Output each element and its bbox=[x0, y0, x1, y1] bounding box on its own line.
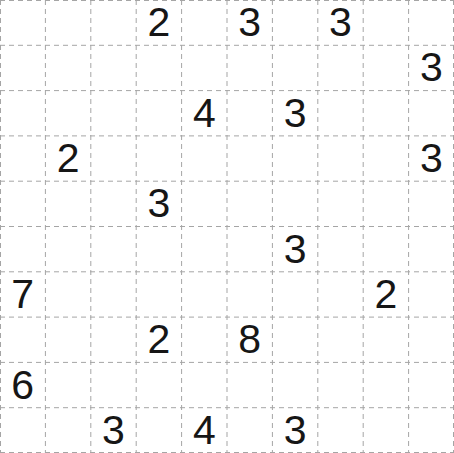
cell-r2c2[interactable] bbox=[45, 45, 90, 90]
clue-text: 3 bbox=[102, 410, 125, 451]
cell-r1c2[interactable] bbox=[45, 0, 90, 45]
cell-r1c3[interactable] bbox=[91, 0, 136, 45]
cell-r10c5[interactable]: 4 bbox=[182, 408, 227, 453]
cell-r1c5[interactable] bbox=[182, 0, 227, 45]
cell-r10c10[interactable] bbox=[409, 408, 454, 453]
cell-r4c7[interactable] bbox=[272, 136, 317, 181]
cell-r3c6[interactable] bbox=[227, 91, 272, 136]
clue-text: 2 bbox=[147, 319, 170, 360]
cell-r10c1[interactable] bbox=[0, 408, 45, 453]
fillomino-board: 233343233372286343 bbox=[0, 0, 454, 453]
cell-r2c3[interactable] bbox=[91, 45, 136, 90]
cell-r2c9[interactable] bbox=[363, 45, 408, 90]
cell-r1c9[interactable] bbox=[363, 0, 408, 45]
cell-r6c8[interactable] bbox=[318, 226, 363, 271]
cell-r5c2[interactable] bbox=[45, 181, 90, 226]
cell-r2c8[interactable] bbox=[318, 45, 363, 90]
cell-r5c7[interactable] bbox=[272, 181, 317, 226]
cell-r7c10[interactable] bbox=[409, 272, 454, 317]
clue-text: 3 bbox=[420, 47, 443, 88]
cell-r6c4[interactable] bbox=[136, 226, 181, 271]
cell-r3c8[interactable] bbox=[318, 91, 363, 136]
cell-r8c5[interactable] bbox=[182, 317, 227, 362]
clue-text: 3 bbox=[238, 2, 261, 43]
cell-r9c4[interactable] bbox=[136, 362, 181, 407]
cell-r9c5[interactable] bbox=[182, 362, 227, 407]
cell-r10c7[interactable]: 3 bbox=[272, 408, 317, 453]
cell-r2c5[interactable] bbox=[182, 45, 227, 90]
cell-r10c3[interactable]: 3 bbox=[91, 408, 136, 453]
cell-r8c4[interactable]: 2 bbox=[136, 317, 181, 362]
clue-text: 3 bbox=[420, 138, 443, 179]
clue-text: 2 bbox=[374, 274, 397, 315]
cell-r5c9[interactable] bbox=[363, 181, 408, 226]
cell-r4c5[interactable] bbox=[182, 136, 227, 181]
cell-r6c6[interactable] bbox=[227, 226, 272, 271]
cell-r7c8[interactable] bbox=[318, 272, 363, 317]
cell-r8c6[interactable]: 8 bbox=[227, 317, 272, 362]
cell-r1c7[interactable] bbox=[272, 0, 317, 45]
cell-r2c1[interactable] bbox=[0, 45, 45, 90]
clue-text: 4 bbox=[193, 410, 216, 451]
cell-r1c8[interactable]: 3 bbox=[318, 0, 363, 45]
cell-r4c8[interactable] bbox=[318, 136, 363, 181]
cell-r6c10[interactable] bbox=[409, 226, 454, 271]
cell-r4c10[interactable]: 3 bbox=[409, 136, 454, 181]
cell-r9c2[interactable] bbox=[45, 362, 90, 407]
cell-r8c2[interactable] bbox=[45, 317, 90, 362]
cell-r9c9[interactable] bbox=[363, 362, 408, 407]
clue-text: 3 bbox=[284, 410, 307, 451]
cell-r10c2[interactable] bbox=[45, 408, 90, 453]
cell-r9c10[interactable] bbox=[409, 362, 454, 407]
cell-r7c1[interactable]: 7 bbox=[0, 272, 45, 317]
cell-r3c10[interactable] bbox=[409, 91, 454, 136]
cell-r7c9[interactable]: 2 bbox=[363, 272, 408, 317]
cell-r3c5[interactable]: 4 bbox=[182, 91, 227, 136]
cell-r9c1[interactable]: 6 bbox=[0, 362, 45, 407]
cell-r8c9[interactable] bbox=[363, 317, 408, 362]
cell-r9c3[interactable] bbox=[91, 362, 136, 407]
cell-r5c4[interactable]: 3 bbox=[136, 181, 181, 226]
cell-r1c10[interactable] bbox=[409, 0, 454, 45]
cell-r8c3[interactable] bbox=[91, 317, 136, 362]
cell-r3c2[interactable] bbox=[45, 91, 90, 136]
cell-r5c6[interactable] bbox=[227, 181, 272, 226]
clue-text: 6 bbox=[11, 365, 34, 406]
cell-r5c10[interactable] bbox=[409, 181, 454, 226]
cell-r4c1[interactable] bbox=[0, 136, 45, 181]
cell-r9c8[interactable] bbox=[318, 362, 363, 407]
cell-r8c7[interactable] bbox=[272, 317, 317, 362]
cell-r4c3[interactable] bbox=[91, 136, 136, 181]
cell-r5c1[interactable] bbox=[0, 181, 45, 226]
cell-r10c8[interactable] bbox=[318, 408, 363, 453]
cell-r2c4[interactable] bbox=[136, 45, 181, 90]
cell-r10c9[interactable] bbox=[363, 408, 408, 453]
cell-r2c6[interactable] bbox=[227, 45, 272, 90]
cell-r4c6[interactable] bbox=[227, 136, 272, 181]
cell-r3c1[interactable] bbox=[0, 91, 45, 136]
cell-r1c4[interactable]: 2 bbox=[136, 0, 181, 45]
cell-r3c7[interactable]: 3 bbox=[272, 91, 317, 136]
cell-r7c7[interactable] bbox=[272, 272, 317, 317]
cell-r7c5[interactable] bbox=[182, 272, 227, 317]
cell-r7c3[interactable] bbox=[91, 272, 136, 317]
clue-text: 3 bbox=[329, 2, 352, 43]
cell-r8c1[interactable] bbox=[0, 317, 45, 362]
clue-text: 7 bbox=[11, 274, 34, 315]
clue-text: 3 bbox=[147, 183, 170, 224]
cell-r8c8[interactable] bbox=[318, 317, 363, 362]
cell-r10c4[interactable] bbox=[136, 408, 181, 453]
cell-r6c3[interactable] bbox=[91, 226, 136, 271]
cell-r5c8[interactable] bbox=[318, 181, 363, 226]
cell-r1c6[interactable]: 3 bbox=[227, 0, 272, 45]
cell-r5c5[interactable] bbox=[182, 181, 227, 226]
cell-r10c6[interactable] bbox=[227, 408, 272, 453]
cell-r4c4[interactable] bbox=[136, 136, 181, 181]
cell-r6c2[interactable] bbox=[45, 226, 90, 271]
clue-text: 3 bbox=[284, 93, 307, 134]
cell-grid: 233343233372286343 bbox=[0, 0, 454, 453]
clue-text: 2 bbox=[147, 2, 170, 43]
cell-r6c1[interactable] bbox=[0, 226, 45, 271]
clue-text: 8 bbox=[238, 319, 261, 360]
cell-r4c9[interactable] bbox=[363, 136, 408, 181]
cell-r1c1[interactable] bbox=[0, 0, 45, 45]
cell-r6c7[interactable]: 3 bbox=[272, 226, 317, 271]
cell-r3c3[interactable] bbox=[91, 91, 136, 136]
cell-r2c10[interactable]: 3 bbox=[409, 45, 454, 90]
cell-r5c3[interactable] bbox=[91, 181, 136, 226]
clue-text: 2 bbox=[57, 138, 80, 179]
clue-text: 4 bbox=[193, 93, 216, 134]
cell-r3c9[interactable] bbox=[363, 91, 408, 136]
cell-r7c6[interactable] bbox=[227, 272, 272, 317]
cell-r9c6[interactable] bbox=[227, 362, 272, 407]
clue-text: 3 bbox=[284, 229, 307, 270]
cell-r3c4[interactable] bbox=[136, 91, 181, 136]
cell-r9c7[interactable] bbox=[272, 362, 317, 407]
cell-r7c4[interactable] bbox=[136, 272, 181, 317]
cell-r7c2[interactable] bbox=[45, 272, 90, 317]
cell-r6c5[interactable] bbox=[182, 226, 227, 271]
cell-r4c2[interactable]: 2 bbox=[45, 136, 90, 181]
cell-r2c7[interactable] bbox=[272, 45, 317, 90]
cell-r6c9[interactable] bbox=[363, 226, 408, 271]
cell-r8c10[interactable] bbox=[409, 317, 454, 362]
